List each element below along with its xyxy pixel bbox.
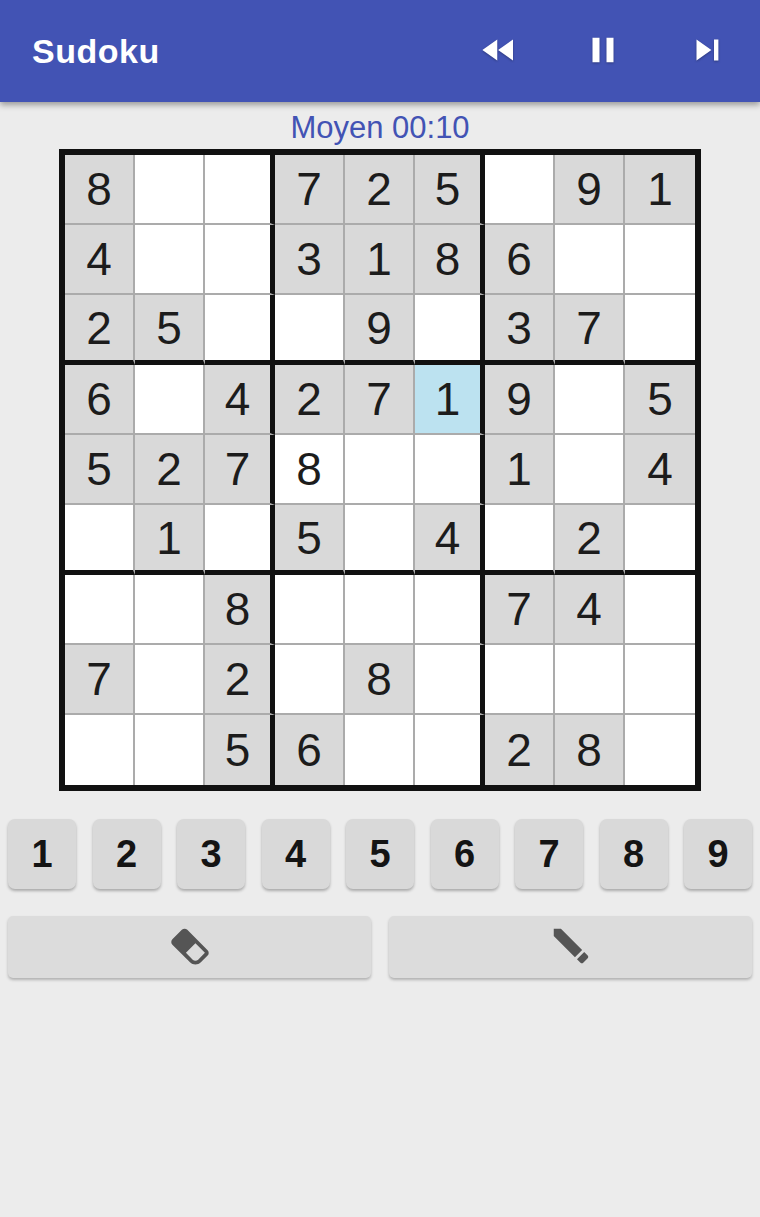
cell-r4c3[interactable]: 4 bbox=[205, 365, 275, 435]
cell-r2c7[interactable]: 6 bbox=[485, 225, 555, 295]
pause-button[interactable] bbox=[582, 30, 624, 72]
cell-r2c6[interactable]: 8 bbox=[415, 225, 485, 295]
cell-r9c9[interactable] bbox=[625, 715, 695, 785]
cell-r6c3[interactable] bbox=[205, 505, 275, 575]
cell-r2c3[interactable] bbox=[205, 225, 275, 295]
numpad-button-2[interactable]: 2 bbox=[93, 819, 161, 889]
app-bar: Sudoku bbox=[0, 0, 760, 102]
cell-r7c1[interactable] bbox=[65, 575, 135, 645]
fast-rewind-icon bbox=[478, 29, 520, 74]
cell-r3c8[interactable]: 7 bbox=[555, 295, 625, 365]
cell-r4c8[interactable] bbox=[555, 365, 625, 435]
app-bar-actions bbox=[478, 30, 728, 72]
cell-r5c8[interactable] bbox=[555, 435, 625, 505]
numpad-button-8[interactable]: 8 bbox=[600, 819, 668, 889]
cell-r7c6[interactable] bbox=[415, 575, 485, 645]
pencil-icon bbox=[548, 923, 594, 972]
cell-r9c4[interactable]: 6 bbox=[275, 715, 345, 785]
cell-r2c5[interactable]: 1 bbox=[345, 225, 415, 295]
cell-r5c5[interactable] bbox=[345, 435, 415, 505]
numpad-button-6[interactable]: 6 bbox=[431, 819, 499, 889]
cell-r5c3[interactable]: 7 bbox=[205, 435, 275, 505]
cell-r3c3[interactable] bbox=[205, 295, 275, 365]
cell-r4c9[interactable]: 5 bbox=[625, 365, 695, 435]
cell-r5c4[interactable]: 8 bbox=[275, 435, 345, 505]
cell-r7c8[interactable]: 4 bbox=[555, 575, 625, 645]
cell-r1c2[interactable] bbox=[135, 155, 205, 225]
eraser-icon bbox=[167, 923, 213, 972]
cell-r9c5[interactable] bbox=[345, 715, 415, 785]
cell-r1c7[interactable] bbox=[485, 155, 555, 225]
fast-rewind-button[interactable] bbox=[478, 30, 520, 72]
cell-r3c2[interactable]: 5 bbox=[135, 295, 205, 365]
numpad-button-5[interactable]: 5 bbox=[346, 819, 414, 889]
cell-r9c3[interactable]: 5 bbox=[205, 715, 275, 785]
cell-r7c3[interactable]: 8 bbox=[205, 575, 275, 645]
cell-r5c9[interactable]: 4 bbox=[625, 435, 695, 505]
cell-r2c8[interactable] bbox=[555, 225, 625, 295]
cell-r4c2[interactable] bbox=[135, 365, 205, 435]
cell-r6c9[interactable] bbox=[625, 505, 695, 575]
cell-r5c2[interactable]: 2 bbox=[135, 435, 205, 505]
cell-r8c2[interactable] bbox=[135, 645, 205, 715]
cell-r4c7[interactable]: 9 bbox=[485, 365, 555, 435]
cell-r3c5[interactable]: 9 bbox=[345, 295, 415, 365]
sudoku-board: 8725914318625937642719552781415428747285… bbox=[59, 149, 701, 791]
cell-r6c2[interactable]: 1 bbox=[135, 505, 205, 575]
cell-r6c6[interactable]: 4 bbox=[415, 505, 485, 575]
cell-r7c4[interactable] bbox=[275, 575, 345, 645]
skip-next-button[interactable] bbox=[686, 30, 728, 72]
status-text: Moyen 00:10 bbox=[0, 109, 760, 147]
cell-r9c1[interactable] bbox=[65, 715, 135, 785]
app-title: Sudoku bbox=[32, 32, 478, 71]
cell-r8c4[interactable] bbox=[275, 645, 345, 715]
cell-r5c6[interactable] bbox=[415, 435, 485, 505]
cell-r9c7[interactable]: 2 bbox=[485, 715, 555, 785]
cell-r1c1[interactable]: 8 bbox=[65, 155, 135, 225]
cell-r1c4[interactable]: 7 bbox=[275, 155, 345, 225]
cell-r3c9[interactable] bbox=[625, 295, 695, 365]
cell-r7c2[interactable] bbox=[135, 575, 205, 645]
cell-r8c6[interactable] bbox=[415, 645, 485, 715]
cell-r4c4[interactable]: 2 bbox=[275, 365, 345, 435]
cell-r1c3[interactable] bbox=[205, 155, 275, 225]
numpad-button-7[interactable]: 7 bbox=[515, 819, 583, 889]
cell-r9c6[interactable] bbox=[415, 715, 485, 785]
skip-next-icon bbox=[686, 29, 728, 74]
cell-r2c1[interactable]: 4 bbox=[65, 225, 135, 295]
number-pad: 123456789 bbox=[0, 819, 760, 889]
cell-r5c1[interactable]: 5 bbox=[65, 435, 135, 505]
cell-r1c8[interactable]: 9 bbox=[555, 155, 625, 225]
cell-r7c5[interactable] bbox=[345, 575, 415, 645]
cell-r9c8[interactable]: 8 bbox=[555, 715, 625, 785]
numpad-button-1[interactable]: 1 bbox=[8, 819, 76, 889]
cell-r8c3[interactable]: 2 bbox=[205, 645, 275, 715]
cell-r2c2[interactable] bbox=[135, 225, 205, 295]
cell-r8c9[interactable] bbox=[625, 645, 695, 715]
cell-r6c5[interactable] bbox=[345, 505, 415, 575]
cell-r8c7[interactable] bbox=[485, 645, 555, 715]
cell-r2c9[interactable] bbox=[625, 225, 695, 295]
pencil-button[interactable] bbox=[389, 916, 752, 978]
cell-r4c6[interactable]: 1 bbox=[415, 365, 485, 435]
cell-r4c5[interactable]: 7 bbox=[345, 365, 415, 435]
cell-r3c4[interactable] bbox=[275, 295, 345, 365]
cell-r8c1[interactable]: 7 bbox=[65, 645, 135, 715]
cell-r6c7[interactable] bbox=[485, 505, 555, 575]
board-container: 8725914318625937642719552781415428747285… bbox=[0, 149, 760, 791]
cell-r1c5[interactable]: 2 bbox=[345, 155, 415, 225]
cell-r3c6[interactable] bbox=[415, 295, 485, 365]
cell-r3c7[interactable]: 3 bbox=[485, 295, 555, 365]
cell-r1c6[interactable]: 5 bbox=[415, 155, 485, 225]
cell-r6c4[interactable]: 5 bbox=[275, 505, 345, 575]
cell-r2c4[interactable]: 3 bbox=[275, 225, 345, 295]
cell-r6c8[interactable]: 2 bbox=[555, 505, 625, 575]
cell-r1c9[interactable]: 1 bbox=[625, 155, 695, 225]
cell-r8c5[interactable]: 8 bbox=[345, 645, 415, 715]
cell-r4c1[interactable]: 6 bbox=[65, 365, 135, 435]
cell-r3c1[interactable]: 2 bbox=[65, 295, 135, 365]
tool-bar bbox=[0, 916, 760, 978]
cell-r7c9[interactable] bbox=[625, 575, 695, 645]
cell-r9c2[interactable] bbox=[135, 715, 205, 785]
numpad-button-9[interactable]: 9 bbox=[684, 819, 752, 889]
cell-r7c7[interactable]: 7 bbox=[485, 575, 555, 645]
cell-r8c8[interactable] bbox=[555, 645, 625, 715]
eraser-button[interactable] bbox=[8, 916, 371, 978]
numpad-button-3[interactable]: 3 bbox=[177, 819, 245, 889]
cell-r5c7[interactable]: 1 bbox=[485, 435, 555, 505]
numpad-button-4[interactable]: 4 bbox=[262, 819, 330, 889]
pause-icon bbox=[582, 29, 624, 74]
cell-r6c1[interactable] bbox=[65, 505, 135, 575]
